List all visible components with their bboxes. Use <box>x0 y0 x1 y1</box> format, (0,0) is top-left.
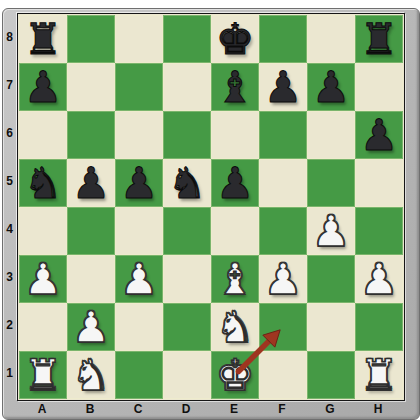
chess-diagram: 87654321 ABCDEFGH ♜♚♜♟♝♟♟♟♞♟♟♞♟♟♟♟♝♟♟♟♞♜… <box>0 0 420 420</box>
black-king-e8[interactable]: ♚ <box>211 15 259 63</box>
file-label-a: A <box>18 400 66 418</box>
square-c2[interactable] <box>115 303 163 351</box>
square-e5[interactable]: ♟ <box>211 159 259 207</box>
white-rook-h1[interactable]: ♜ <box>355 351 403 399</box>
square-h7[interactable] <box>355 63 403 111</box>
square-g6[interactable] <box>307 111 355 159</box>
square-e3[interactable]: ♝ <box>211 255 259 303</box>
file-label-e: E <box>210 400 258 418</box>
square-h5[interactable] <box>355 159 403 207</box>
square-b5[interactable]: ♟ <box>67 159 115 207</box>
white-knight-e2[interactable]: ♞ <box>211 303 259 351</box>
file-label-c: C <box>114 400 162 418</box>
square-f1[interactable] <box>259 351 307 399</box>
square-a5[interactable]: ♞ <box>19 159 67 207</box>
square-h8[interactable]: ♜ <box>355 15 403 63</box>
square-f6[interactable] <box>259 111 307 159</box>
board-frame: 87654321 ABCDEFGH ♜♚♜♟♝♟♟♟♞♟♟♞♟♟♟♟♝♟♟♟♞♜… <box>2 8 420 420</box>
board-border: ♜♚♜♟♝♟♟♟♞♟♟♞♟♟♟♟♝♟♟♟♞♜♞♚♜ <box>17 13 405 401</box>
square-a4[interactable] <box>19 207 67 255</box>
file-label-f: F <box>258 400 306 418</box>
square-a8[interactable]: ♜ <box>19 15 67 63</box>
rank-label-7: 7 <box>3 61 16 109</box>
square-a7[interactable]: ♟ <box>19 63 67 111</box>
black-pawn-e5[interactable]: ♟ <box>211 159 259 207</box>
white-pawn-g4[interactable]: ♟ <box>307 207 355 255</box>
square-c8[interactable] <box>115 15 163 63</box>
board: ♜♚♜♟♝♟♟♟♞♟♟♞♟♟♟♟♝♟♟♟♞♜♞♚♜ <box>19 15 403 399</box>
black-pawn-f7[interactable]: ♟ <box>259 63 307 111</box>
black-knight-d5[interactable]: ♞ <box>163 159 211 207</box>
white-pawn-h3[interactable]: ♟ <box>355 255 403 303</box>
white-pawn-f3[interactable]: ♟ <box>259 255 307 303</box>
rank-label-5: 5 <box>3 157 16 205</box>
square-h4[interactable] <box>355 207 403 255</box>
square-g2[interactable] <box>307 303 355 351</box>
square-a1[interactable]: ♜ <box>19 351 67 399</box>
square-h6[interactable]: ♟ <box>355 111 403 159</box>
square-g7[interactable]: ♟ <box>307 63 355 111</box>
rank-labels: 87654321 <box>3 13 17 399</box>
square-f2[interactable] <box>259 303 307 351</box>
square-d7[interactable] <box>163 63 211 111</box>
square-b3[interactable] <box>67 255 115 303</box>
black-pawn-a7[interactable]: ♟ <box>19 63 67 111</box>
file-label-g: G <box>306 400 354 418</box>
square-d8[interactable] <box>163 15 211 63</box>
white-pawn-a3[interactable]: ♟ <box>19 255 67 303</box>
square-c3[interactable]: ♟ <box>115 255 163 303</box>
square-a3[interactable]: ♟ <box>19 255 67 303</box>
black-rook-h8[interactable]: ♜ <box>355 15 403 63</box>
square-d6[interactable] <box>163 111 211 159</box>
square-b1[interactable]: ♞ <box>67 351 115 399</box>
square-f5[interactable] <box>259 159 307 207</box>
square-g5[interactable] <box>307 159 355 207</box>
square-c7[interactable] <box>115 63 163 111</box>
square-b8[interactable] <box>67 15 115 63</box>
square-g3[interactable] <box>307 255 355 303</box>
square-b7[interactable] <box>67 63 115 111</box>
square-f3[interactable]: ♟ <box>259 255 307 303</box>
file-label-d: D <box>162 400 210 418</box>
black-pawn-g7[interactable]: ♟ <box>307 63 355 111</box>
square-e4[interactable] <box>211 207 259 255</box>
file-label-h: H <box>354 400 402 418</box>
square-f8[interactable] <box>259 15 307 63</box>
black-rook-a8[interactable]: ♜ <box>19 15 67 63</box>
square-b2[interactable]: ♟ <box>67 303 115 351</box>
square-d1[interactable] <box>163 351 211 399</box>
square-g1[interactable] <box>307 351 355 399</box>
white-bishop-e3[interactable]: ♝ <box>211 255 259 303</box>
black-pawn-c5[interactable]: ♟ <box>115 159 163 207</box>
square-f7[interactable]: ♟ <box>259 63 307 111</box>
file-label-b: B <box>66 400 114 418</box>
square-e7[interactable]: ♝ <box>211 63 259 111</box>
rank-label-6: 6 <box>3 109 16 157</box>
rank-label-3: 3 <box>3 253 16 301</box>
white-knight-b1[interactable]: ♞ <box>67 351 115 399</box>
square-h2[interactable] <box>355 303 403 351</box>
square-c5[interactable]: ♟ <box>115 159 163 207</box>
white-pawn-c3[interactable]: ♟ <box>115 255 163 303</box>
square-b6[interactable] <box>67 111 115 159</box>
square-e2[interactable]: ♞ <box>211 303 259 351</box>
square-f4[interactable] <box>259 207 307 255</box>
black-pawn-b5[interactable]: ♟ <box>67 159 115 207</box>
square-d3[interactable] <box>163 255 211 303</box>
white-rook-a1[interactable]: ♜ <box>19 351 67 399</box>
white-pawn-b2[interactable]: ♟ <box>67 303 115 351</box>
square-d5[interactable]: ♞ <box>163 159 211 207</box>
square-b4[interactable] <box>67 207 115 255</box>
black-bishop-e7[interactable]: ♝ <box>211 63 259 111</box>
square-a6[interactable] <box>19 111 67 159</box>
rank-label-1: 1 <box>3 349 16 397</box>
white-king-e1[interactable]: ♚ <box>211 351 259 399</box>
square-c1[interactable] <box>115 351 163 399</box>
square-g4[interactable]: ♟ <box>307 207 355 255</box>
square-h1[interactable]: ♜ <box>355 351 403 399</box>
square-c4[interactable] <box>115 207 163 255</box>
black-pawn-h6[interactable]: ♟ <box>355 111 403 159</box>
square-e6[interactable] <box>211 111 259 159</box>
square-d4[interactable] <box>163 207 211 255</box>
rank-label-4: 4 <box>3 205 16 253</box>
square-e8[interactable]: ♚ <box>211 15 259 63</box>
square-h3[interactable]: ♟ <box>355 255 403 303</box>
square-d2[interactable] <box>163 303 211 351</box>
square-a2[interactable] <box>19 303 67 351</box>
square-e1[interactable]: ♚ <box>211 351 259 399</box>
rank-label-2: 2 <box>3 301 16 349</box>
black-knight-a5[interactable]: ♞ <box>19 159 67 207</box>
square-g8[interactable] <box>307 15 355 63</box>
rank-label-8: 8 <box>3 13 16 61</box>
square-c6[interactable] <box>115 111 163 159</box>
file-labels: ABCDEFGH <box>17 400 403 418</box>
